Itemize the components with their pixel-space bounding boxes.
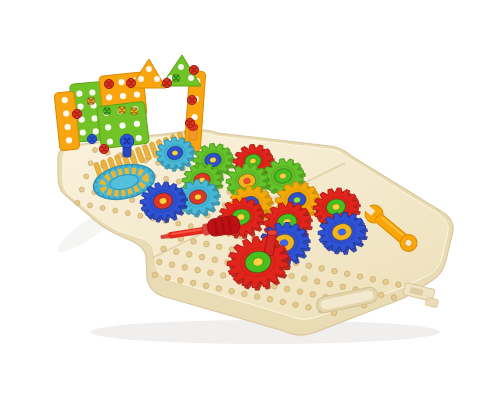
peg-hole <box>191 239 197 245</box>
peg-hole <box>383 279 389 285</box>
peg-hole <box>220 273 226 279</box>
peg-hole <box>284 286 290 292</box>
peg-hole <box>391 295 397 301</box>
bolt-red <box>185 118 194 127</box>
peg-hole <box>195 267 201 273</box>
peg-hole <box>396 282 402 288</box>
bolt-blue <box>87 134 96 143</box>
peg-hole <box>229 288 235 294</box>
peg-hole <box>75 200 80 205</box>
peg-hole <box>176 179 181 184</box>
peg-hole <box>370 276 376 282</box>
bolt-red <box>126 78 135 87</box>
screw-head <box>130 107 138 115</box>
peg-hole <box>203 283 209 289</box>
peg-hole <box>340 284 346 290</box>
bolt-red <box>99 144 108 153</box>
peg-hole <box>297 289 303 295</box>
peg-hole <box>174 249 180 255</box>
peg-hole <box>216 286 222 292</box>
peg-hole <box>344 271 350 277</box>
peg-hole <box>93 148 98 153</box>
peg-hole <box>306 305 312 311</box>
peg-hole <box>216 244 222 250</box>
peg-hole <box>79 187 84 192</box>
peg-hole <box>199 254 205 260</box>
bolt-red <box>189 65 198 74</box>
peg-hole <box>165 275 171 281</box>
screw-head <box>103 107 111 115</box>
peg-hole <box>186 252 192 258</box>
peg-hole <box>310 292 316 298</box>
peg-hole <box>267 297 273 303</box>
peg-hole <box>84 174 89 179</box>
peg-hole <box>242 291 248 297</box>
peg-hole <box>357 274 363 280</box>
toy-gear-case-photo <box>0 0 500 400</box>
peg-hole <box>293 302 299 308</box>
latch-tab <box>402 283 441 308</box>
peg-hole <box>176 221 181 226</box>
bolt-red <box>162 78 171 87</box>
peg-hole <box>212 257 218 263</box>
peg-hole <box>314 279 320 285</box>
peg-hole <box>161 246 167 252</box>
peg-hole <box>208 270 214 276</box>
screw-head <box>87 97 95 105</box>
peg-hole <box>152 272 158 278</box>
peg-hole <box>332 268 338 274</box>
peg-hole <box>254 294 260 300</box>
peg-hole <box>204 241 210 247</box>
bolt-red <box>104 79 113 88</box>
peg-hole <box>100 206 105 211</box>
peg-hole <box>125 211 130 216</box>
peg-hole <box>302 276 308 282</box>
bolt-red <box>72 109 81 118</box>
screw-head <box>118 106 126 114</box>
peg-hole <box>280 299 286 305</box>
peg-hole <box>188 224 193 229</box>
peg-hole <box>178 278 184 284</box>
scene-canvas <box>0 0 500 400</box>
peg-hole <box>182 265 188 271</box>
peg-hole <box>113 208 118 213</box>
peg-hole <box>378 292 384 298</box>
peg-hole <box>88 203 93 208</box>
peg-hole <box>306 263 312 269</box>
peg-hole <box>190 280 196 286</box>
peg-hole <box>156 259 162 265</box>
peg-hole <box>289 273 295 279</box>
peg-hole <box>138 213 143 218</box>
peg-hole <box>88 161 93 166</box>
peg-hole <box>164 176 169 181</box>
peg-hole <box>130 198 135 203</box>
peg-hole <box>319 266 325 272</box>
bolt-red <box>187 95 196 104</box>
peg-hole <box>327 281 333 287</box>
screw-head <box>172 74 180 82</box>
peg-hole <box>169 262 175 268</box>
